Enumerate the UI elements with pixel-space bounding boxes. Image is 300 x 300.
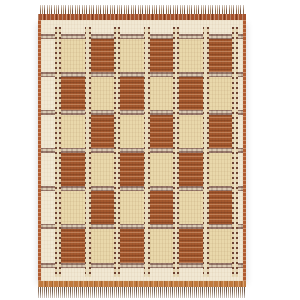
board-cell xyxy=(147,112,177,150)
vertical-divider-stripe xyxy=(203,27,209,277)
vertical-divider-stripe xyxy=(85,27,91,277)
board-cell xyxy=(206,227,236,265)
horizontal-divider-line xyxy=(41,72,243,77)
board-cell xyxy=(206,112,236,150)
horizontal-divider-line xyxy=(41,263,243,268)
board-cell xyxy=(88,112,118,150)
vertical-divider-stripe xyxy=(55,27,61,277)
board-cell xyxy=(88,227,118,265)
board-cell xyxy=(117,189,147,227)
board-cell xyxy=(117,74,147,112)
board-cell xyxy=(117,112,147,150)
horizontal-divider-line xyxy=(41,148,243,153)
board-cell xyxy=(206,74,236,112)
board-cell xyxy=(58,151,88,189)
page-background: { "game": "checkers-style 6x6 checkerboa… xyxy=(0,0,300,300)
vertical-divider-stripe xyxy=(114,27,120,277)
board-cell xyxy=(58,74,88,112)
horizontal-divider-line xyxy=(41,110,243,115)
bottom-fringe xyxy=(38,287,246,298)
board-cell xyxy=(58,36,88,74)
board-cell xyxy=(147,151,177,189)
horizontal-divider-line xyxy=(41,186,243,191)
board-cell xyxy=(147,36,177,74)
board-cell xyxy=(147,74,177,112)
right-selvage-stripe xyxy=(243,20,246,281)
board-cell xyxy=(58,112,88,150)
top-fringe xyxy=(40,5,244,14)
vertical-divider-stripe xyxy=(144,27,150,277)
board-cell xyxy=(176,189,206,227)
rug xyxy=(38,5,246,297)
vertical-divider-stripe xyxy=(232,27,238,277)
rug-main xyxy=(38,20,246,281)
board-cell xyxy=(206,189,236,227)
board-cell xyxy=(206,36,236,74)
board-cell xyxy=(147,189,177,227)
board-cell xyxy=(117,151,147,189)
board-cell xyxy=(88,74,118,112)
board-cell xyxy=(176,74,206,112)
horizontal-divider-line xyxy=(41,224,243,229)
board-cell xyxy=(58,227,88,265)
board-cell xyxy=(58,189,88,227)
board-cell xyxy=(88,151,118,189)
board-cell xyxy=(88,36,118,74)
board-cell xyxy=(176,151,206,189)
board-cell xyxy=(147,227,177,265)
board-cell xyxy=(176,227,206,265)
board-cell xyxy=(176,112,206,150)
board-cell xyxy=(117,227,147,265)
board-cell xyxy=(88,189,118,227)
board-cell xyxy=(206,151,236,189)
vertical-divider-stripe xyxy=(173,27,179,277)
board-cell xyxy=(117,36,147,74)
horizontal-divider-line xyxy=(41,34,243,39)
board-cell xyxy=(176,36,206,74)
